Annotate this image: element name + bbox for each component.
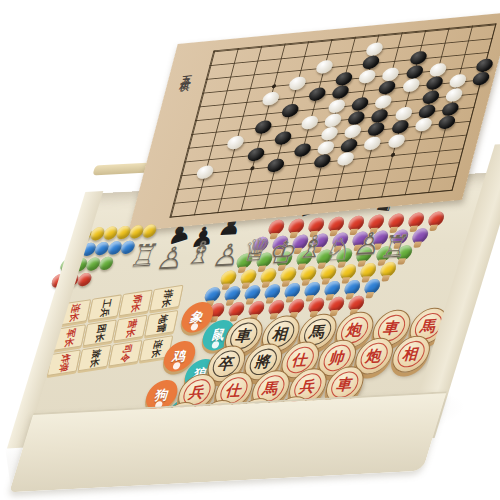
gomoku-board: 五子棋 (128, 12, 500, 232)
go-stone-white[interactable] (300, 115, 320, 130)
xiangqi-glyph: 炮 (345, 322, 365, 338)
go-stone-black[interactable] (424, 76, 444, 91)
go-stone-white[interactable] (327, 99, 347, 114)
go-stone-black[interactable] (361, 55, 381, 70)
go-stone-black[interactable] (266, 158, 286, 173)
go-stone-white[interactable] (428, 62, 448, 77)
go-stone-black[interactable] (390, 120, 410, 135)
star-point (249, 166, 254, 170)
junqi-tile[interactable]: 师长 (119, 290, 153, 317)
xiangqi-glyph: 相 (271, 326, 291, 342)
go-stone-black[interactable] (377, 81, 397, 96)
go-stone-white[interactable] (374, 94, 394, 109)
junqi-tile-label: 团长 (91, 323, 108, 343)
go-stone-black[interactable] (331, 85, 351, 100)
go-stone-black[interactable] (408, 51, 428, 66)
token-badge (211, 341, 220, 348)
go-stone-white[interactable] (413, 117, 433, 132)
go-stone-white[interactable] (365, 41, 385, 56)
go-stone-black[interactable] (347, 110, 367, 125)
xiangqi-glyph: 馬 (261, 380, 281, 396)
junqi-tile-label: 军长 (61, 328, 78, 348)
xiangqi-glyph: 卒 (217, 356, 237, 372)
game-box: ♚♛♜♝♞♟♜♝♞♟♟♟♟ 五子棋 ♖♙♗♙♕♔♗♘♙♖ 连长工兵师长排长军长团… (0, 21, 500, 491)
go-stone-white[interactable] (226, 135, 246, 150)
go-stone-black[interactable] (273, 131, 293, 146)
go-stone-white[interactable] (401, 78, 421, 93)
go-stone-black[interactable] (307, 87, 327, 102)
go-stone-black[interactable] (246, 147, 266, 162)
peg-bead-red[interactable] (426, 211, 446, 227)
go-stone-black[interactable] (471, 72, 491, 87)
xiangqi-glyph: 車 (382, 320, 402, 336)
xiangqi-glyph: 將 (253, 354, 273, 370)
go-stone-black[interactable] (440, 101, 460, 116)
junqi-tile-label: 工兵 (96, 298, 113, 318)
go-stone-white[interactable] (394, 106, 414, 121)
marble-red[interactable] (76, 273, 93, 287)
junqi-tile-label: 连长 (148, 338, 165, 358)
junqi-tile-label: 司令 (117, 343, 134, 363)
junqi-tile[interactable]: 团长 (83, 319, 117, 346)
junqi-tile-label: 地雷 (153, 313, 170, 333)
go-stone-black[interactable] (437, 115, 457, 130)
star-point (390, 153, 395, 157)
go-stone-black[interactable] (350, 97, 370, 112)
go-stone-white[interactable] (444, 88, 464, 103)
go-stone-black[interactable] (405, 65, 425, 80)
go-stone-white[interactable] (343, 124, 363, 139)
xiangqi-glyph: 相 (401, 346, 421, 362)
token-badge (190, 323, 199, 330)
go-stone-black[interactable] (367, 122, 387, 137)
junqi-tile-label: 排长 (158, 288, 175, 308)
xiangqi-glyph: 仕 (290, 352, 310, 368)
star-point (271, 84, 276, 88)
go-stone-white[interactable] (287, 76, 307, 91)
marble-green[interactable] (98, 256, 115, 270)
go-stone-white[interactable] (260, 92, 280, 107)
go-stone-white[interactable] (363, 136, 383, 151)
xiangqi-glyph: 車 (234, 328, 254, 344)
go-stone-black[interactable] (253, 119, 273, 134)
go-stone-white[interactable] (386, 133, 406, 148)
xiangqi-glyph: 馬 (308, 324, 328, 340)
go-stone-white[interactable] (320, 126, 340, 141)
go-stone-black[interactable] (475, 58, 495, 73)
xiangqi-glyph: 馬 (419, 318, 439, 334)
marble-yellow[interactable] (141, 224, 158, 238)
junqi-tile[interactable]: 工兵 (88, 294, 122, 321)
go-stone-white[interactable] (195, 165, 215, 180)
junqi-tile-label: 炸弹 (55, 353, 72, 373)
go-stone-white[interactable] (381, 67, 401, 82)
go-stone-white[interactable] (323, 113, 343, 128)
go-stone-white[interactable] (314, 60, 334, 75)
go-stone-white[interactable] (448, 74, 468, 89)
xiangqi-glyph: 車 (335, 377, 355, 393)
go-stone-white[interactable] (358, 69, 378, 84)
xiangqi-glyph: 帅 (327, 350, 347, 366)
junqi-tile-label: 旅长 (86, 348, 103, 368)
xiangqi-glyph: 兵 (298, 379, 318, 395)
go-stone-white[interactable] (336, 152, 356, 167)
go-stone-black[interactable] (280, 103, 300, 118)
junqi-tile-label: 营长 (122, 318, 139, 338)
board-label: 五子棋 (180, 66, 197, 76)
xiangqi-glyph: 仕 (224, 382, 244, 398)
go-stone-black[interactable] (334, 71, 354, 86)
go-stone-black[interactable] (340, 138, 360, 153)
xiangqi-glyph: 兵 (187, 384, 207, 400)
product-photo-stage: ♚♛♜♝♞♟♜♝♞♟♟♟♟ 五子棋 ♖♙♗♙♕♔♗♘♙♖ 连长工兵师长排长军长团… (0, 0, 500, 500)
xiangqi-glyph: 炮 (364, 348, 384, 364)
junqi-tile-label: 师长 (127, 293, 144, 313)
junqi-tile[interactable]: 营长 (113, 315, 147, 342)
go-stone-black[interactable] (312, 154, 332, 169)
go-stone-white[interactable] (316, 140, 336, 155)
go-stone-black[interactable] (417, 104, 437, 119)
go-grid[interactable] (169, 23, 496, 217)
go-stone-black[interactable] (293, 142, 313, 157)
token-badge (172, 362, 181, 369)
go-stone-black[interactable] (421, 90, 441, 105)
go-stone-black[interactable] (370, 108, 390, 123)
